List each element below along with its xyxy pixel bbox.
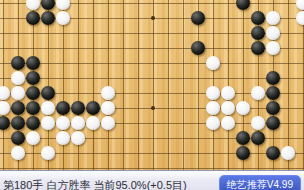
black-stone <box>86 101 100 115</box>
black-stone <box>236 0 250 10</box>
black-stone <box>266 71 280 85</box>
white-stone <box>281 146 295 160</box>
black-stone <box>41 86 55 100</box>
black-stone <box>266 101 280 115</box>
black-stone <box>251 41 265 55</box>
white-stone <box>71 116 85 130</box>
black-stone <box>251 26 265 40</box>
stones-layer <box>0 0 304 170</box>
white-stone <box>56 131 70 145</box>
white-stone <box>266 41 280 55</box>
white-stone <box>26 0 40 10</box>
black-stone <box>266 146 280 160</box>
black-stone <box>11 56 25 70</box>
white-stone <box>56 0 70 10</box>
white-stone <box>26 131 40 145</box>
move-winrate-text: 第180手 白方胜率 当前95.0%(+0.5目) <box>3 178 187 190</box>
white-stone <box>41 101 55 115</box>
go-app-screen: 第180手 白方胜率 当前95.0%(+0.5目) 绝艺推荐V4.99 <box>0 0 304 190</box>
black-stone <box>266 116 280 130</box>
white-stone <box>296 0 304 10</box>
white-stone <box>11 146 25 160</box>
black-stone <box>71 101 85 115</box>
white-stone <box>221 116 235 130</box>
white-stone <box>0 86 10 100</box>
white-stone <box>0 101 10 115</box>
white-stone <box>236 101 250 115</box>
white-stone <box>56 116 70 130</box>
black-stone <box>26 101 40 115</box>
white-stone <box>11 71 25 85</box>
black-stone <box>26 116 40 130</box>
white-stone <box>206 86 220 100</box>
black-stone <box>251 11 265 25</box>
status-bar: 第180手 白方胜率 当前95.0%(+0.5目) 绝艺推荐V4.99 <box>0 170 304 190</box>
white-stone <box>206 101 220 115</box>
white-stone <box>41 146 55 160</box>
black-stone <box>236 131 250 145</box>
black-stone <box>0 116 10 130</box>
black-stone <box>11 101 25 115</box>
white-stone <box>41 116 55 130</box>
white-stone <box>71 131 85 145</box>
white-stone <box>221 86 235 100</box>
white-stone <box>221 101 235 115</box>
black-stone <box>191 11 205 25</box>
go-board[interactable] <box>0 0 304 170</box>
white-stone <box>11 86 25 100</box>
black-stone <box>11 131 25 145</box>
black-stone <box>26 71 40 85</box>
white-stone <box>266 26 280 40</box>
white-stone <box>206 56 220 70</box>
white-stone <box>86 116 100 130</box>
white-stone <box>206 116 220 130</box>
white-stone <box>101 86 115 100</box>
black-stone <box>26 11 40 25</box>
black-stone <box>41 0 55 10</box>
ai-recommend-button[interactable]: 绝艺推荐V4.99 <box>219 175 301 190</box>
white-stone <box>101 101 115 115</box>
black-stone <box>236 146 250 160</box>
black-stone <box>251 131 265 145</box>
black-stone <box>26 86 40 100</box>
black-stone <box>191 41 205 55</box>
black-stone <box>11 116 25 130</box>
white-stone <box>266 11 280 25</box>
white-stone <box>296 11 304 25</box>
black-stone <box>41 11 55 25</box>
white-stone <box>101 116 115 130</box>
white-stone <box>251 116 265 130</box>
white-stone <box>251 86 265 100</box>
white-stone <box>56 11 70 25</box>
black-stone <box>266 86 280 100</box>
black-stone <box>56 101 70 115</box>
black-stone <box>26 56 40 70</box>
